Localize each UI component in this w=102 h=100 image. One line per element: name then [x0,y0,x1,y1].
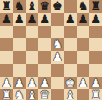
black-rook[interactable]: ♜ [1,0,11,12]
white-pawn[interactable]: ♟ [27,77,37,89]
square-g8[interactable]: ♞ [77,0,90,13]
square-f4[interactable] [64,51,77,64]
square-c5[interactable] [26,38,39,51]
square-h6[interactable] [89,26,102,39]
square-g4[interactable] [77,51,90,64]
square-e5[interactable]: ♞ [51,38,64,51]
white-knight[interactable]: ♞ [14,89,24,100]
white-pawn[interactable]: ♟ [52,51,62,63]
square-f2[interactable]: ♚ [64,77,77,90]
square-g6[interactable] [77,26,90,39]
square-c7[interactable]: ♟ [26,13,39,26]
square-b6[interactable] [13,26,26,39]
black-rook[interactable]: ♜ [90,0,100,12]
square-h5[interactable] [89,38,102,51]
square-d7[interactable]: ♟ [38,13,51,26]
white-pawn[interactable]: ♟ [39,77,49,89]
black-pawn[interactable]: ♟ [14,13,24,25]
square-d8[interactable]: ♛ [38,0,51,13]
black-king[interactable]: ♚ [52,0,62,12]
black-pawn[interactable]: ♟ [1,13,11,25]
square-b8[interactable]: ♞ [13,0,26,13]
square-g3[interactable] [77,64,90,77]
white-queen[interactable]: ♛ [39,89,49,100]
square-f7[interactable]: ♟ [64,13,77,26]
square-b7[interactable]: ♟ [13,13,26,26]
square-b2[interactable]: ♟ [13,77,26,90]
square-c2[interactable]: ♟ [26,77,39,90]
square-e8[interactable]: ♚ [51,0,64,13]
white-pawn[interactable]: ♟ [14,77,24,89]
square-a3[interactable] [0,64,13,77]
square-a2[interactable]: ♟ [0,77,13,90]
square-h1[interactable]: ♜ [89,89,102,100]
square-d5[interactable] [38,38,51,51]
black-bishop[interactable]: ♝ [27,0,37,12]
chess-board: ♜♞♝♛♚♞♜♟♟♟♟♟♟♟♞♟♟♟♟♟♚♟♟♜♞♝♛♝♜ [0,0,102,100]
black-pawn[interactable]: ♟ [39,13,49,25]
white-rook[interactable]: ♜ [90,89,100,100]
white-pawn[interactable]: ♟ [90,77,100,89]
square-e2[interactable] [51,77,64,90]
square-c4[interactable] [26,51,39,64]
square-e1[interactable] [51,89,64,100]
black-knight[interactable]: ♞ [78,0,88,12]
white-king[interactable]: ♚ [65,77,75,89]
square-a1[interactable]: ♜ [0,89,13,100]
square-g7[interactable]: ♟ [77,13,90,26]
square-f5[interactable] [64,38,77,51]
black-pawn[interactable]: ♟ [78,13,88,25]
square-g1[interactable] [77,89,90,100]
white-bishop[interactable]: ♝ [65,89,75,100]
square-e7[interactable] [51,13,64,26]
square-h7[interactable]: ♟ [89,13,102,26]
black-knight[interactable]: ♞ [14,0,24,12]
square-a8[interactable]: ♜ [0,0,13,13]
square-h2[interactable]: ♟ [89,77,102,90]
square-b4[interactable] [13,51,26,64]
square-c6[interactable] [26,26,39,39]
square-a6[interactable] [0,26,13,39]
square-b5[interactable] [13,38,26,51]
square-a7[interactable]: ♟ [0,13,13,26]
black-pawn[interactable]: ♟ [65,13,75,25]
square-e6[interactable] [51,26,64,39]
square-b1[interactable]: ♞ [13,89,26,100]
square-f3[interactable] [64,64,77,77]
square-a4[interactable] [0,51,13,64]
white-knight[interactable]: ♞ [52,38,62,50]
square-e4[interactable]: ♟ [51,51,64,64]
square-e3[interactable] [51,64,64,77]
square-d4[interactable] [38,51,51,64]
square-c8[interactable]: ♝ [26,0,39,13]
square-f6[interactable] [64,26,77,39]
white-rook[interactable]: ♜ [1,89,11,100]
square-h8[interactable]: ♜ [89,0,102,13]
square-h3[interactable] [89,64,102,77]
white-bishop[interactable]: ♝ [27,89,37,100]
square-d2[interactable]: ♟ [38,77,51,90]
white-pawn[interactable]: ♟ [1,77,11,89]
square-h4[interactable] [89,51,102,64]
black-pawn[interactable]: ♟ [90,13,100,25]
black-queen[interactable]: ♛ [39,0,49,12]
white-pawn[interactable]: ♟ [78,77,88,89]
square-b3[interactable] [13,64,26,77]
square-c3[interactable] [26,64,39,77]
square-d3[interactable] [38,64,51,77]
square-g2[interactable]: ♟ [77,77,90,90]
square-d1[interactable]: ♛ [38,89,51,100]
square-d6[interactable] [38,26,51,39]
square-f1[interactable]: ♝ [64,89,77,100]
square-f8[interactable] [64,0,77,13]
black-pawn[interactable]: ♟ [27,13,37,25]
square-c1[interactable]: ♝ [26,89,39,100]
square-g5[interactable] [77,38,90,51]
square-a5[interactable] [0,38,13,51]
